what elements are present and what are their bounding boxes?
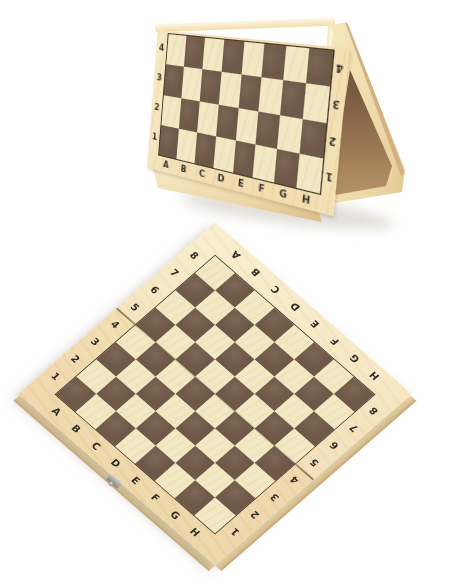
file-label-bottom-f: F bbox=[144, 488, 167, 508]
folded-square-g2 bbox=[277, 115, 303, 154]
folded-square-g3 bbox=[280, 80, 306, 118]
folded-square-f3 bbox=[259, 78, 284, 115]
folded-rank-label-left-2: 2 bbox=[152, 102, 162, 114]
rank-label-left-2: 2 bbox=[64, 349, 87, 369]
file-label-bottom-g: G bbox=[164, 505, 187, 525]
rank-label-left-1: 1 bbox=[45, 366, 68, 386]
rank-label-right-2: 2 bbox=[243, 505, 266, 525]
rank-label-left-4: 4 bbox=[104, 314, 127, 334]
open-board: AA88BB77CC66DD55EE44FF33GG22HH11 bbox=[18, 223, 411, 566]
folded-rank-label-left-4: 4 bbox=[157, 42, 167, 53]
file-label-bottom-b: B bbox=[65, 419, 88, 439]
rank-label-left-3: 3 bbox=[84, 332, 107, 352]
folded-rank-label-right-2: 2 bbox=[326, 133, 340, 147]
file-label-bottom-e: E bbox=[124, 470, 147, 490]
fold-hinge-edge bbox=[155, 18, 335, 32]
folded-square-f1 bbox=[253, 144, 277, 182]
file-label-bottom-d: D bbox=[105, 453, 128, 473]
open-board-rotated: AA88BB77CC66DD55EE44FF33GG22HH11 bbox=[18, 223, 411, 566]
folded-file-label-h: H bbox=[299, 192, 312, 207]
folded-square-h1 bbox=[297, 153, 324, 193]
folded-file-label-a: A bbox=[161, 158, 171, 170]
folded-square-f2 bbox=[256, 111, 281, 149]
open-board-area: AA88BB77CC66DD55EE44FF33GG22HH11 bbox=[20, 224, 410, 564]
rank-label-right-1: 1 bbox=[223, 522, 246, 542]
folded-rank-label-right-4: 4 bbox=[333, 62, 347, 76]
folded-rank-label-left-1: 1 bbox=[150, 132, 160, 144]
folded-square-h3 bbox=[303, 84, 330, 123]
folded-file-label-c: C bbox=[196, 167, 207, 180]
file-label-bottom-h: H bbox=[184, 522, 207, 542]
folded-file-label-f: F bbox=[255, 182, 267, 196]
folded-file-label-g: G bbox=[277, 187, 290, 201]
folded-file-label-d: D bbox=[215, 172, 226, 185]
rank-label-right-4: 4 bbox=[283, 470, 306, 490]
folded-square-g4 bbox=[284, 46, 310, 84]
folded-file-label-b: B bbox=[178, 163, 188, 176]
folded-square-h4 bbox=[306, 48, 333, 86]
folded-square-h2 bbox=[300, 119, 327, 159]
folded-rank-label-left-3: 3 bbox=[154, 72, 164, 83]
folded-square-f4 bbox=[262, 44, 287, 81]
file-label-bottom-c: C bbox=[85, 436, 108, 456]
file-label-bottom-a: A bbox=[45, 401, 68, 421]
folded-rank-label-right-1: 1 bbox=[322, 169, 336, 184]
rank-label-right-3: 3 bbox=[263, 488, 286, 508]
product-photo-page: { "game": "chess", "scene": "wooden fold… bbox=[0, 0, 450, 587]
folded-rank-label-right-3: 3 bbox=[329, 98, 343, 112]
folded-file-label-e: E bbox=[235, 177, 247, 190]
folded-square-g1 bbox=[274, 149, 299, 188]
